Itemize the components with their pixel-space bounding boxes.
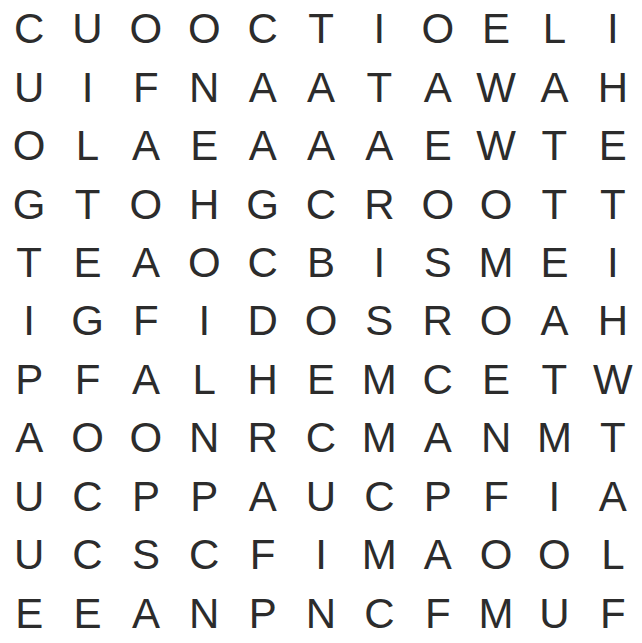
grid-cell-r2c8[interactable]: A	[409, 58, 467, 116]
grid-cell-r8c7[interactable]: M	[350, 409, 408, 467]
grid-cell-r3c8[interactable]: E	[409, 117, 467, 175]
grid-cell-r11c5[interactable]: P	[233, 585, 291, 643]
grid-cell-r9c5[interactable]: A	[233, 468, 291, 526]
grid-cell-r10c9[interactable]: O	[467, 526, 525, 584]
grid-cell-r4c6[interactable]: C	[292, 175, 350, 233]
grid-cell-r2c7[interactable]: T	[350, 58, 408, 116]
grid-cell-r1c3[interactable]: O	[117, 0, 175, 58]
grid-cell-r11c2[interactable]: E	[58, 585, 116, 643]
grid-cell-r1c8[interactable]: O	[409, 0, 467, 58]
grid-cell-r2c3[interactable]: F	[117, 58, 175, 116]
grid-cell-r1c6[interactable]: T	[292, 0, 350, 58]
grid-cell-r4c7[interactable]: R	[350, 175, 408, 233]
grid-cell-r7c3[interactable]: A	[117, 351, 175, 409]
grid-cell-r5c7[interactable]: I	[350, 234, 408, 292]
grid-cell-r7c10[interactable]: T	[525, 351, 583, 409]
grid-cell-r3c6[interactable]: A	[292, 117, 350, 175]
word-search-grid: CUOOCTIOELIUIFNAATAWAHOLAEAAAEWTEGTOHGCR…	[0, 0, 642, 643]
grid-cell-r8c4[interactable]: N	[175, 409, 233, 467]
grid-cell-r6c8[interactable]: R	[409, 292, 467, 350]
grid-cell-r10c8[interactable]: A	[409, 526, 467, 584]
grid-cell-r9c2[interactable]: C	[58, 468, 116, 526]
grid-cell-r2c4[interactable]: N	[175, 58, 233, 116]
grid-cell-r4c11[interactable]: T	[584, 175, 642, 233]
grid-cell-r9c11[interactable]: A	[584, 468, 642, 526]
grid-cell-r6c11[interactable]: H	[584, 292, 642, 350]
grid-cell-r3c4[interactable]: E	[175, 117, 233, 175]
grid-cell-r1c9[interactable]: E	[467, 0, 525, 58]
grid-cell-r9c9[interactable]: F	[467, 468, 525, 526]
grid-cell-r9c4[interactable]: P	[175, 468, 233, 526]
grid-cell-r3c1[interactable]: O	[0, 117, 58, 175]
grid-cell-r1c10[interactable]: L	[525, 0, 583, 58]
grid-cell-r2c6[interactable]: A	[292, 58, 350, 116]
grid-cell-r1c2[interactable]: U	[58, 0, 116, 58]
grid-cell-r6c5[interactable]: D	[233, 292, 291, 350]
grid-cell-r9c8[interactable]: P	[409, 468, 467, 526]
grid-cell-r11c8[interactable]: F	[409, 585, 467, 643]
grid-cell-r5c5[interactable]: C	[233, 234, 291, 292]
grid-cell-r10c2[interactable]: C	[58, 526, 116, 584]
grid-cell-r6c2[interactable]: G	[58, 292, 116, 350]
grid-cell-r7c6[interactable]: E	[292, 351, 350, 409]
grid-cell-r3c7[interactable]: A	[350, 117, 408, 175]
grid-cell-r5c8[interactable]: S	[409, 234, 467, 292]
grid-cell-r8c1[interactable]: A	[0, 409, 58, 467]
grid-cell-r7c7[interactable]: M	[350, 351, 408, 409]
grid-cell-r10c10[interactable]: O	[525, 526, 583, 584]
grid-cell-r11c9[interactable]: M	[467, 585, 525, 643]
grid-cell-r5c3[interactable]: A	[117, 234, 175, 292]
grid-cell-r9c1[interactable]: U	[0, 468, 58, 526]
grid-cell-r3c11[interactable]: E	[584, 117, 642, 175]
grid-cell-r5c9[interactable]: M	[467, 234, 525, 292]
grid-cell-r6c7[interactable]: S	[350, 292, 408, 350]
grid-cell-r4c5[interactable]: G	[233, 175, 291, 233]
grid-cell-r3c2[interactable]: L	[58, 117, 116, 175]
grid-cell-r11c6[interactable]: N	[292, 585, 350, 643]
grid-cell-r6c3[interactable]: F	[117, 292, 175, 350]
grid-cell-r6c9[interactable]: O	[467, 292, 525, 350]
grid-cell-r4c1[interactable]: G	[0, 175, 58, 233]
grid-cell-r4c4[interactable]: H	[175, 175, 233, 233]
grid-cell-r2c9[interactable]: W	[467, 58, 525, 116]
grid-cell-r4c10[interactable]: T	[525, 175, 583, 233]
grid-cell-r5c10[interactable]: E	[525, 234, 583, 292]
grid-cell-r7c11[interactable]: W	[584, 351, 642, 409]
grid-cell-r4c8[interactable]: O	[409, 175, 467, 233]
grid-cell-r3c9[interactable]: W	[467, 117, 525, 175]
grid-cell-r10c11[interactable]: L	[584, 526, 642, 584]
grid-cell-r8c3[interactable]: O	[117, 409, 175, 467]
grid-cell-r7c5[interactable]: H	[233, 351, 291, 409]
grid-cell-r11c4[interactable]: N	[175, 585, 233, 643]
grid-cell-r4c3[interactable]: O	[117, 175, 175, 233]
grid-cell-r6c1[interactable]: I	[0, 292, 58, 350]
grid-cell-r3c10[interactable]: T	[525, 117, 583, 175]
grid-cell-r8c8[interactable]: A	[409, 409, 467, 467]
grid-cell-r7c2[interactable]: F	[58, 351, 116, 409]
grid-cell-r5c2[interactable]: E	[58, 234, 116, 292]
grid-cell-r2c10[interactable]: A	[525, 58, 583, 116]
grid-cell-r10c1[interactable]: U	[0, 526, 58, 584]
grid-cell-r5c4[interactable]: O	[175, 234, 233, 292]
grid-cell-r11c10[interactable]: U	[525, 585, 583, 643]
grid-cell-r4c9[interactable]: O	[467, 175, 525, 233]
grid-cell-r1c4[interactable]: O	[175, 0, 233, 58]
grid-cell-r7c9[interactable]: E	[467, 351, 525, 409]
grid-cell-r10c6[interactable]: I	[292, 526, 350, 584]
grid-cell-r9c10[interactable]: I	[525, 468, 583, 526]
grid-cell-r8c9[interactable]: N	[467, 409, 525, 467]
grid-cell-r6c10[interactable]: A	[525, 292, 583, 350]
grid-cell-r10c4[interactable]: C	[175, 526, 233, 584]
grid-cell-r11c11[interactable]: F	[584, 585, 642, 643]
grid-cell-r8c6[interactable]: C	[292, 409, 350, 467]
grid-cell-r7c1[interactable]: P	[0, 351, 58, 409]
grid-cell-r10c7[interactable]: M	[350, 526, 408, 584]
grid-cell-r2c11[interactable]: H	[584, 58, 642, 116]
grid-cell-r5c11[interactable]: I	[584, 234, 642, 292]
grid-cell-r5c6[interactable]: B	[292, 234, 350, 292]
grid-cell-r10c3[interactable]: S	[117, 526, 175, 584]
grid-cell-r10c5[interactable]: F	[233, 526, 291, 584]
grid-cell-r1c5[interactable]: C	[233, 0, 291, 58]
grid-cell-r11c1[interactable]: E	[0, 585, 58, 643]
grid-cell-r7c8[interactable]: C	[409, 351, 467, 409]
grid-cell-r6c4[interactable]: I	[175, 292, 233, 350]
grid-cell-r8c5[interactable]: R	[233, 409, 291, 467]
grid-cell-r3c5[interactable]: A	[233, 117, 291, 175]
grid-cell-r11c7[interactable]: C	[350, 585, 408, 643]
grid-cell-r8c11[interactable]: T	[584, 409, 642, 467]
grid-cell-r7c4[interactable]: L	[175, 351, 233, 409]
grid-cell-r5c1[interactable]: T	[0, 234, 58, 292]
grid-cell-r9c7[interactable]: C	[350, 468, 408, 526]
grid-cell-r1c11[interactable]: I	[584, 0, 642, 58]
grid-cell-r3c3[interactable]: A	[117, 117, 175, 175]
grid-cell-r8c2[interactable]: O	[58, 409, 116, 467]
grid-cell-r9c6[interactable]: U	[292, 468, 350, 526]
grid-cell-r9c3[interactable]: P	[117, 468, 175, 526]
grid-cell-r1c7[interactable]: I	[350, 0, 408, 58]
grid-cell-r4c2[interactable]: T	[58, 175, 116, 233]
grid-cell-r1c1[interactable]: C	[0, 0, 58, 58]
grid-cell-r11c3[interactable]: A	[117, 585, 175, 643]
grid-cell-r2c1[interactable]: U	[0, 58, 58, 116]
grid-cell-r2c2[interactable]: I	[58, 58, 116, 116]
grid-cell-r6c6[interactable]: O	[292, 292, 350, 350]
grid-cell-r8c10[interactable]: M	[525, 409, 583, 467]
grid-cell-r2c5[interactable]: A	[233, 58, 291, 116]
